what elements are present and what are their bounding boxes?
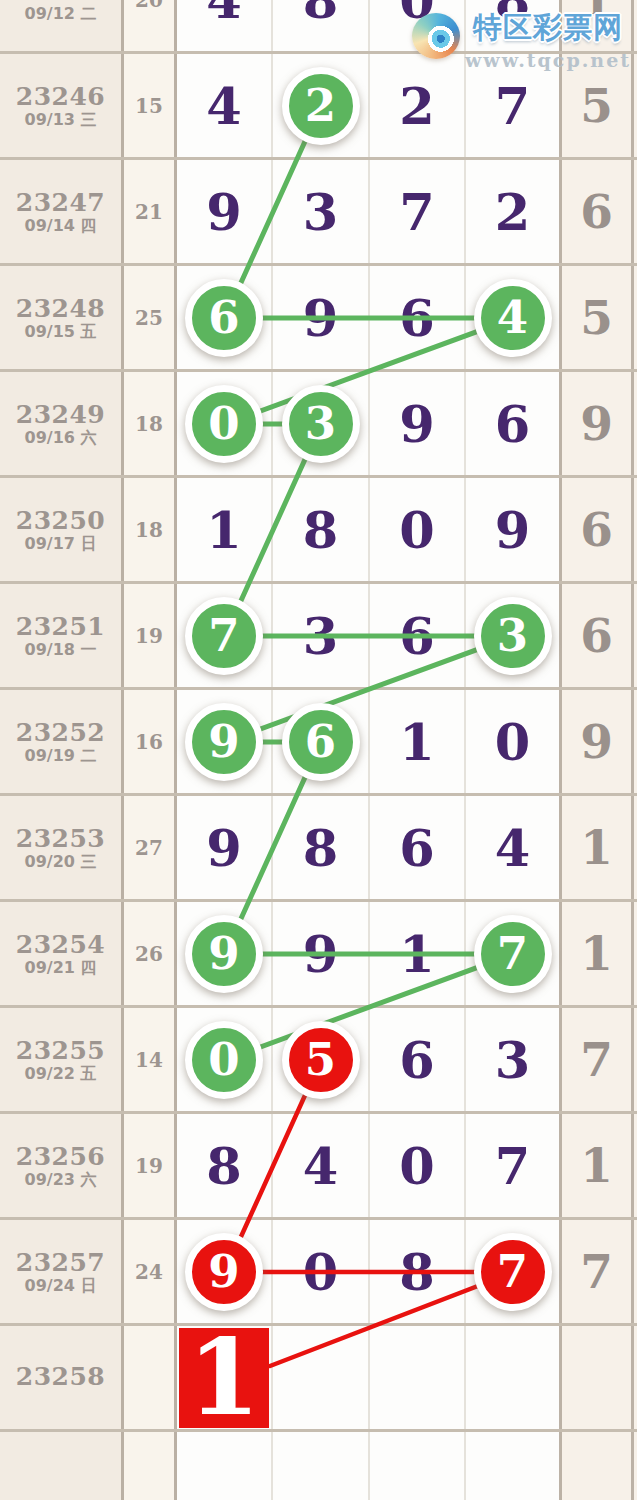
sum-cell: 19 (124, 1114, 177, 1217)
digit-cell: 4 (177, 54, 273, 157)
site-name: 特区彩票网 (473, 8, 623, 48)
digit-cell: 6 (370, 584, 466, 687)
digit-cell: 6 (466, 372, 562, 475)
sum-cell: 18 (124, 372, 177, 475)
chart-row: 2325509/22 五1405637 (0, 1008, 637, 1114)
digit-cell: 8 (273, 478, 370, 581)
chart-row: 2325709/24 日2490877 (0, 1220, 637, 1326)
digit-cell: 0 (370, 1114, 466, 1217)
digit-cell: 1 (370, 690, 466, 793)
red-circle-mark: 7 (474, 1233, 552, 1311)
issue-number: 23249 (16, 402, 105, 427)
issue-number: 23257 (16, 1250, 105, 1275)
sum-cell (124, 1432, 177, 1500)
digit-cell: 9 (177, 902, 273, 1005)
sum-cell: 27 (124, 796, 177, 899)
digit-cell: 7 (466, 1220, 562, 1323)
digit-cell: 8 (273, 0, 370, 51)
issue-number: 23258 (16, 1364, 105, 1389)
sum-cell: 15 (124, 54, 177, 157)
tail-digit-cell: 6 (562, 584, 634, 687)
digit-cell: 4 (273, 1114, 370, 1217)
digit-cell: 0 (466, 690, 562, 793)
issue-number: 23245 (16, 0, 105, 3)
digit-cell: 2 (273, 54, 370, 157)
issue-number: 23246 (16, 84, 105, 109)
digit-cell: 9 (273, 266, 370, 369)
digit-cell: 8 (370, 1220, 466, 1323)
green-circle-mark: 4 (474, 279, 552, 357)
site-logo: 特区彩票网 www.tqcp.net (412, 8, 631, 71)
digit-cell (466, 1432, 562, 1500)
issue-cell: 2325309/20 三 (0, 796, 124, 899)
digit-cell: 7 (466, 902, 562, 1005)
green-circle-mark: 7 (474, 915, 552, 993)
tail-digit-cell: 9 (562, 690, 634, 793)
digit-cell: 3 (273, 160, 370, 263)
issue-cell: 2324709/14 四 (0, 160, 124, 263)
issue-cell: 2324509/12 二 (0, 0, 124, 51)
digit-cell (177, 1432, 273, 1500)
issue-cell: 2325209/19 二 (0, 690, 124, 793)
digit-cell: 7 (177, 584, 273, 687)
issue-cell (0, 1432, 124, 1500)
issue-date: 09/24 日 (25, 1278, 97, 1294)
sum-cell: 26 (124, 902, 177, 1005)
lottery-trend-chart-board: 2324509/12 二20480812324609/13 三154227523… (0, 0, 637, 1500)
digit-cell: 7 (466, 1114, 562, 1217)
issue-date: 09/14 四 (25, 218, 97, 234)
digit-cell: 0 (370, 478, 466, 581)
digit-cell: 9 (370, 372, 466, 475)
sum-cell (124, 1326, 177, 1429)
digit-cell: 3 (273, 372, 370, 475)
issue-date: 09/18 一 (25, 642, 97, 658)
digit-cell: 7 (370, 160, 466, 263)
digit-cell: 1 (177, 478, 273, 581)
digit-cell: 0 (177, 372, 273, 475)
sum-cell: 21 (124, 160, 177, 263)
digit-cell: 4 (177, 0, 273, 51)
green-circle-mark: 0 (185, 1021, 263, 1099)
digit-cell: 6 (370, 1008, 466, 1111)
digit-cell: 8 (177, 1114, 273, 1217)
digit-cell: 1 (370, 902, 466, 1005)
green-circle-mark: 9 (185, 703, 263, 781)
issue-number: 23252 (16, 720, 105, 745)
issue-cell: 2325009/17 日 (0, 478, 124, 581)
digit-cell: 3 (466, 1008, 562, 1111)
chart-row: 2325109/18 一1973636 (0, 584, 637, 690)
issue-cell: 2325509/22 五 (0, 1008, 124, 1111)
digit-cell: 3 (466, 584, 562, 687)
chart-row: 2324709/14 四2193726 (0, 160, 637, 266)
chart-row: 232581 (0, 1326, 637, 1432)
tail-digit-cell: 1 (562, 796, 634, 899)
digit-cell: 9 (273, 902, 370, 1005)
chart-row: 2325309/20 三2798641 (0, 796, 637, 902)
digit-cell (273, 1326, 370, 1429)
digit-cell: 5 (273, 1008, 370, 1111)
issue-date: 09/16 六 (25, 430, 97, 446)
digit-cell (273, 1432, 370, 1500)
tail-digit-cell: 5 (562, 266, 634, 369)
sum-cell: 16 (124, 690, 177, 793)
digit-cell (370, 1432, 466, 1500)
issue-number: 23255 (16, 1038, 105, 1063)
green-circle-mark: 2 (282, 67, 360, 145)
issue-number: 23254 (16, 932, 105, 957)
digit-cell: 2 (466, 160, 562, 263)
chart-row: 2324809/15 五2569645 (0, 266, 637, 372)
chart-row: 2325209/19 二1696109 (0, 690, 637, 796)
sum-cell: 24 (124, 1220, 177, 1323)
issue-date: 09/23 六 (25, 1172, 97, 1188)
digit-cell: 9 (466, 478, 562, 581)
sum-cell: 25 (124, 266, 177, 369)
tail-digit-cell: 6 (562, 478, 634, 581)
issue-date: 09/21 四 (25, 960, 97, 976)
green-circle-mark: 7 (185, 597, 263, 675)
site-logo-swirl-icon (412, 13, 460, 59)
issue-cell: 2325609/23 六 (0, 1114, 124, 1217)
digit-cell: 4 (466, 796, 562, 899)
site-logo-text: 特区彩票网 www.tqcp.net (465, 8, 631, 71)
issue-cell: 2325709/24 日 (0, 1220, 124, 1323)
tail-digit-cell: 6 (562, 160, 634, 263)
issue-number: 23256 (16, 1144, 105, 1169)
issue-cell: 2324909/16 六 (0, 372, 124, 475)
digit-cell: 9 (177, 160, 273, 263)
digit-cell: 1 (177, 1326, 273, 1429)
sum-cell: 20 (124, 0, 177, 51)
green-circle-mark: 9 (185, 915, 263, 993)
red-square-mark: 1 (179, 1328, 269, 1428)
issue-date: 09/13 三 (25, 112, 97, 128)
digit-cell: 4 (466, 266, 562, 369)
green-circle-mark: 0 (185, 385, 263, 463)
green-circle-mark: 3 (282, 385, 360, 463)
red-circle-mark: 5 (282, 1021, 360, 1099)
issue-number: 23253 (16, 826, 105, 851)
digit-cell: 0 (273, 1220, 370, 1323)
green-circle-mark: 3 (474, 597, 552, 675)
issue-number: 23248 (16, 296, 105, 321)
issue-number: 23251 (16, 614, 105, 639)
tail-digit-cell: 9 (562, 372, 634, 475)
digit-cell: 9 (177, 796, 273, 899)
digit-cell: 6 (177, 266, 273, 369)
issue-number: 23250 (16, 508, 105, 533)
chart-row (0, 1432, 637, 1500)
digit-cell: 9 (177, 1220, 273, 1323)
issue-cell: 2325409/21 四 (0, 902, 124, 1005)
site-url: www.tqcp.net (465, 49, 631, 71)
tail-digit-cell: 1 (562, 1114, 634, 1217)
issue-cell: 2324609/13 三 (0, 54, 124, 157)
tail-digit-cell (562, 1326, 634, 1429)
chart-row: 2325609/23 六1984071 (0, 1114, 637, 1220)
digit-cell: 3 (273, 584, 370, 687)
digit-cell: 8 (273, 796, 370, 899)
issue-date: 09/19 二 (25, 748, 97, 764)
sum-cell: 14 (124, 1008, 177, 1111)
digit-cell: 0 (177, 1008, 273, 1111)
sum-cell: 18 (124, 478, 177, 581)
issue-cell: 2325109/18 一 (0, 584, 124, 687)
tail-digit-cell (562, 1432, 634, 1500)
digit-cell: 6 (273, 690, 370, 793)
chart-row: 2324909/16 六1803969 (0, 372, 637, 478)
green-circle-mark: 6 (185, 279, 263, 357)
issue-cell: 2324809/15 五 (0, 266, 124, 369)
green-circle-mark: 6 (282, 703, 360, 781)
tail-digit-cell: 7 (562, 1008, 634, 1111)
tail-digit-cell: 1 (562, 902, 634, 1005)
chart-row: 2325409/21 四2699171 (0, 902, 637, 1008)
chart-row: 2325009/17 日1818096 (0, 478, 637, 584)
issue-date: 09/17 日 (25, 536, 97, 552)
digit-cell: 6 (370, 796, 466, 899)
digit-cell: 9 (177, 690, 273, 793)
red-circle-mark: 9 (185, 1233, 263, 1311)
issue-date: 09/22 五 (25, 1066, 97, 1082)
issue-date: 09/15 五 (25, 324, 97, 340)
issue-number: 23247 (16, 190, 105, 215)
digit-cell (370, 1326, 466, 1429)
digit-cell: 6 (370, 266, 466, 369)
sum-cell: 19 (124, 584, 177, 687)
tail-digit-cell: 7 (562, 1220, 634, 1323)
issue-cell: 23258 (0, 1326, 124, 1429)
issue-date: 09/12 二 (25, 6, 97, 22)
issue-date: 09/20 三 (25, 854, 97, 870)
digit-cell (466, 1326, 562, 1429)
